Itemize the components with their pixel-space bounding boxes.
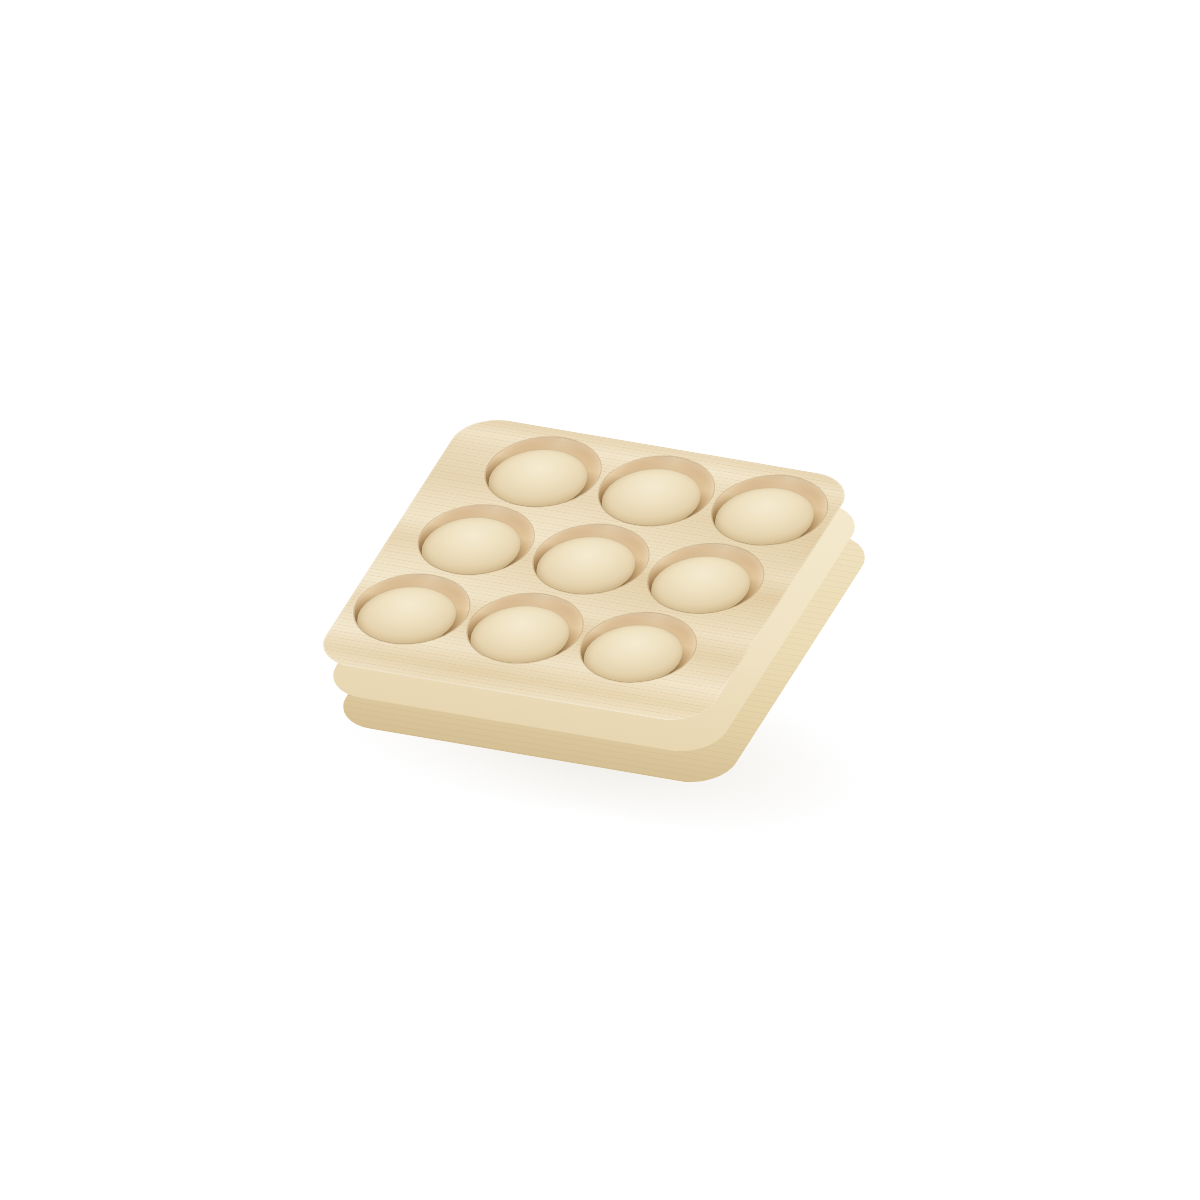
ball-piece-r2c2 — [522, 530, 651, 601]
ball-piece-r2c3 — [637, 550, 766, 621]
product-photo-scene — [0, 0, 1200, 1200]
cell-r3c3[interactable] — [563, 605, 713, 690]
cell-r2c2[interactable] — [516, 516, 666, 601]
cell-r1c2[interactable] — [582, 448, 732, 533]
cell-r2c1[interactable] — [401, 497, 551, 582]
cell-r3c2[interactable] — [450, 586, 600, 671]
ball-piece-r3c3 — [569, 619, 698, 690]
ball-piece-r1c2 — [587, 462, 716, 533]
ball-piece-r1c1 — [474, 443, 603, 514]
ball-piece-r3c2 — [456, 600, 585, 671]
ball-piece-r2c1 — [407, 511, 536, 582]
cell-r2c3[interactable] — [631, 536, 781, 621]
ball-piece-r1c3 — [700, 481, 829, 552]
ball-piece-r3c1 — [342, 580, 471, 651]
cell-r3c1[interactable] — [337, 566, 487, 651]
cell-r1c1[interactable] — [469, 429, 619, 514]
